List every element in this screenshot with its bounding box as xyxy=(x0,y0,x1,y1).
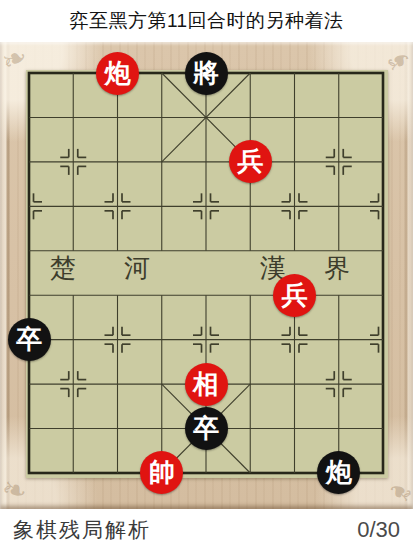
black-soldier[interactable]: 卒 xyxy=(8,318,51,361)
page-title: 弈至黑方第11回合时的另种着法 xyxy=(69,8,343,34)
app-title: 象棋残局解析 xyxy=(13,516,151,544)
progress-counter: 0/30 xyxy=(357,517,400,543)
red-elephant[interactable]: 相 xyxy=(185,363,228,406)
black-cannon[interactable]: 炮 xyxy=(317,451,360,494)
red-soldier[interactable]: 兵 xyxy=(273,274,316,317)
black-soldier[interactable]: 卒 xyxy=(185,407,228,450)
page-title-bar: 弈至黑方第11回合时的另种着法 xyxy=(0,0,413,42)
red-cannon[interactable]: 炮 xyxy=(96,52,139,95)
red-general[interactable]: 帥 xyxy=(140,451,183,494)
red-soldier[interactable]: 兵 xyxy=(229,140,272,183)
black-general[interactable]: 將 xyxy=(185,52,228,95)
status-bar: 象棋残局解析 0/30 xyxy=(0,509,413,550)
piece-layer: 炮將兵兵卒相卒帥炮 xyxy=(7,51,405,495)
